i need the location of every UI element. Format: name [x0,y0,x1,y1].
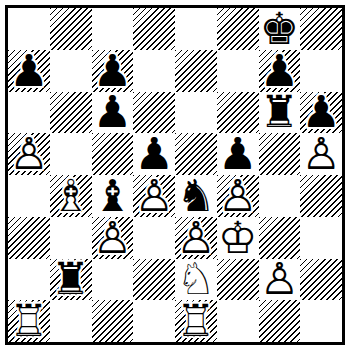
square-b7[interactable] [50,50,92,92]
white-king-icon: ♚♔ [217,217,259,259]
square-e4[interactable]: ♞ [175,175,217,217]
black-pawn-icon: ♟ [92,92,134,134]
black-pawn-icon: ♟ [217,133,259,175]
square-h2[interactable] [300,259,342,301]
square-g3[interactable] [259,217,301,259]
chess-board: ♚♟♟♟♟♜♟♟♙♟♟♟♙♝♗♝♟♙♞♟♙♟♙♟♙♚♔♜♞♘♟♙♜♖♜♖ [8,8,342,342]
square-e8[interactable] [175,8,217,50]
square-h1[interactable] [300,300,342,342]
black-pawn-icon: ♟ [133,133,175,175]
square-e7[interactable] [175,50,217,92]
white-pawn-icon: ♟♙ [259,259,301,301]
square-g8[interactable]: ♚ [259,8,301,50]
square-g5[interactable] [259,133,301,175]
square-a5[interactable]: ♟♙ [8,133,50,175]
square-a3[interactable] [8,217,50,259]
square-b3[interactable] [50,217,92,259]
square-f1[interactable] [217,300,259,342]
square-c5[interactable] [92,133,134,175]
square-e5[interactable] [175,133,217,175]
black-knight-icon: ♞ [175,175,217,217]
square-b5[interactable] [50,133,92,175]
square-a1[interactable]: ♜♖ [8,300,50,342]
white-knight-icon: ♞♘ [175,259,217,301]
square-h7[interactable] [300,50,342,92]
square-c2[interactable] [92,259,134,301]
square-f2[interactable] [217,259,259,301]
square-d7[interactable] [133,50,175,92]
square-h4[interactable] [300,175,342,217]
square-c3[interactable]: ♟♙ [92,217,134,259]
square-b6[interactable] [50,92,92,134]
black-pawn-icon: ♟ [300,92,342,134]
square-g7[interactable]: ♟ [259,50,301,92]
square-e3[interactable]: ♟♙ [175,217,217,259]
square-h8[interactable] [300,8,342,50]
square-c4[interactable]: ♝ [92,175,134,217]
black-rook-icon: ♜ [259,92,301,134]
black-pawn-icon: ♟ [259,50,301,92]
square-b2[interactable]: ♜ [50,259,92,301]
square-f6[interactable] [217,92,259,134]
white-pawn-icon: ♟♙ [133,175,175,217]
square-b8[interactable] [50,8,92,50]
white-rook-icon: ♜♖ [175,300,217,342]
square-g1[interactable] [259,300,301,342]
square-e2[interactable]: ♞♘ [175,259,217,301]
square-a4[interactable] [8,175,50,217]
square-f4[interactable]: ♟♙ [217,175,259,217]
square-a7[interactable]: ♟ [8,50,50,92]
square-g6[interactable]: ♜ [259,92,301,134]
square-b4[interactable]: ♝♗ [50,175,92,217]
square-d5[interactable]: ♟ [133,133,175,175]
square-f8[interactable] [217,8,259,50]
square-d3[interactable] [133,217,175,259]
black-king-icon: ♚ [259,8,301,50]
square-d4[interactable]: ♟♙ [133,175,175,217]
square-c6[interactable]: ♟ [92,92,134,134]
white-pawn-icon: ♟♙ [8,133,50,175]
square-c8[interactable] [92,8,134,50]
black-pawn-icon: ♟ [8,50,50,92]
square-g4[interactable] [259,175,301,217]
black-rook-icon: ♜ [50,259,92,301]
square-f5[interactable]: ♟ [217,133,259,175]
square-c7[interactable]: ♟ [92,50,134,92]
square-f3[interactable]: ♚♔ [217,217,259,259]
square-b1[interactable] [50,300,92,342]
black-pawn-icon: ♟ [92,50,134,92]
square-c1[interactable] [92,300,134,342]
square-h3[interactable] [300,217,342,259]
white-pawn-icon: ♟♙ [300,133,342,175]
white-rook-icon: ♜♖ [8,300,50,342]
square-g2[interactable]: ♟♙ [259,259,301,301]
black-bishop-icon: ♝ [92,175,134,217]
square-f7[interactable] [217,50,259,92]
square-e1[interactable]: ♜♖ [175,300,217,342]
square-h6[interactable]: ♟ [300,92,342,134]
square-d1[interactable] [133,300,175,342]
square-d2[interactable] [133,259,175,301]
white-pawn-icon: ♟♙ [92,217,134,259]
white-bishop-icon: ♝♗ [50,175,92,217]
square-d8[interactable] [133,8,175,50]
square-h5[interactable]: ♟♙ [300,133,342,175]
square-a8[interactable] [8,8,50,50]
square-e6[interactable] [175,92,217,134]
white-pawn-icon: ♟♙ [175,217,217,259]
white-pawn-icon: ♟♙ [217,175,259,217]
square-a6[interactable] [8,92,50,134]
square-a2[interactable] [8,259,50,301]
square-d6[interactable] [133,92,175,134]
board-frame: ♚♟♟♟♟♜♟♟♙♟♟♟♙♝♗♝♟♙♞♟♙♟♙♟♙♚♔♜♞♘♟♙♜♖♜♖ [5,5,345,345]
